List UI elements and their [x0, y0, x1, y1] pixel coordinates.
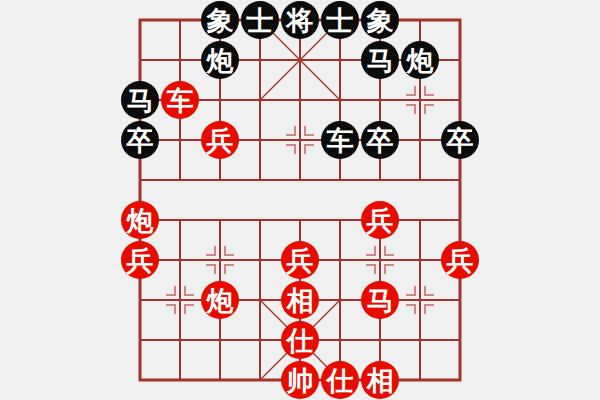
black-elephant[interactable]: 象	[201, 1, 239, 39]
red-cannon[interactable]: 炮	[121, 201, 159, 239]
black-cannon[interactable]: 炮	[401, 41, 439, 79]
red-pawn[interactable]: 兵	[281, 241, 319, 279]
black-pawn[interactable]: 卒	[361, 121, 399, 159]
black-horse[interactable]: 马	[121, 81, 159, 119]
red-pawn[interactable]: 兵	[121, 241, 159, 279]
red-horse[interactable]: 马	[361, 281, 399, 319]
red-pawn[interactable]: 兵	[201, 121, 239, 159]
black-general[interactable]: 将	[281, 1, 319, 39]
xiangqi-board: 象士将士象炮马炮马车卒兵车卒卒炮兵兵兵兵炮相马仕帅仕相	[0, 0, 600, 400]
black-cannon[interactable]: 炮	[201, 41, 239, 79]
black-elephant[interactable]: 象	[361, 1, 399, 39]
red-advisor[interactable]: 仕	[321, 361, 359, 399]
red-cannon[interactable]: 炮	[201, 281, 239, 319]
red-chariot[interactable]: 车	[161, 81, 199, 119]
red-general[interactable]: 帅	[281, 361, 319, 399]
black-pawn[interactable]: 卒	[121, 121, 159, 159]
red-elephant[interactable]: 相	[281, 281, 319, 319]
black-chariot[interactable]: 车	[321, 121, 359, 159]
red-advisor[interactable]: 仕	[281, 321, 319, 359]
black-advisor[interactable]: 士	[241, 1, 279, 39]
red-pawn[interactable]: 兵	[361, 201, 399, 239]
red-pawn[interactable]: 兵	[441, 241, 479, 279]
black-pawn[interactable]: 卒	[441, 121, 479, 159]
red-elephant[interactable]: 相	[361, 361, 399, 399]
black-horse[interactable]: 马	[361, 41, 399, 79]
board-grid: 象士将士象炮马炮马车卒兵车卒卒炮兵兵兵兵炮相马仕帅仕相	[120, 0, 480, 400]
black-advisor[interactable]: 士	[321, 1, 359, 39]
